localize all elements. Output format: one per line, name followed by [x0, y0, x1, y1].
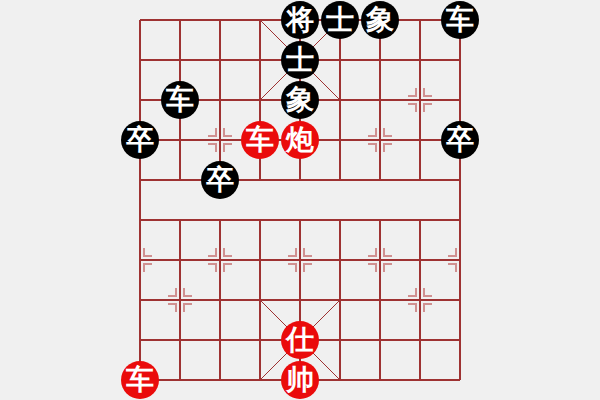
board-point[interactable]	[320, 160, 360, 200]
board-point[interactable]	[200, 280, 240, 320]
board-grid: 将士象车士车象卒车炮卒卒仕车帅	[120, 0, 480, 400]
board-point[interactable]	[160, 120, 200, 160]
board-point[interactable]	[440, 40, 480, 80]
board-point[interactable]	[240, 160, 280, 200]
board-point[interactable]	[320, 320, 360, 360]
board-point[interactable]	[280, 240, 320, 280]
board-point[interactable]	[400, 240, 440, 280]
board-point[interactable]	[440, 280, 480, 320]
board-point[interactable]	[120, 280, 160, 320]
board-point[interactable]	[160, 200, 200, 240]
board-point[interactable]	[160, 160, 200, 200]
board-point[interactable]	[360, 360, 400, 400]
board-point[interactable]	[440, 360, 480, 400]
board-point[interactable]	[240, 0, 280, 40]
board-point[interactable]	[320, 360, 360, 400]
board-point[interactable]	[320, 120, 360, 160]
board-point[interactable]	[440, 320, 480, 360]
board-point[interactable]	[240, 320, 280, 360]
board-point[interactable]	[240, 240, 280, 280]
board-point[interactable]	[360, 120, 400, 160]
board-point[interactable]	[320, 280, 360, 320]
board-point[interactable]	[440, 80, 480, 120]
board-point[interactable]	[160, 240, 200, 280]
piece-black-soldier[interactable]: 卒	[201, 161, 239, 199]
board-point[interactable]	[160, 40, 200, 80]
board-point[interactable]	[120, 320, 160, 360]
piece-black-advisor[interactable]: 士	[281, 41, 319, 79]
board-point[interactable]	[320, 240, 360, 280]
board-point[interactable]	[160, 0, 200, 40]
board-point[interactable]	[160, 360, 200, 400]
board-point[interactable]	[240, 40, 280, 80]
board-point[interactable]	[160, 320, 200, 360]
board-point[interactable]	[200, 200, 240, 240]
piece-red-cannon[interactable]: 炮	[281, 121, 319, 159]
board-point[interactable]	[360, 280, 400, 320]
xiangqi-board-screen: 将士象车士车象卒车炮卒卒仕车帅	[0, 0, 600, 400]
board-point[interactable]	[120, 80, 160, 120]
board-point[interactable]	[360, 200, 400, 240]
board-point[interactable]	[240, 200, 280, 240]
board-point[interactable]	[280, 280, 320, 320]
board-point[interactable]	[440, 240, 480, 280]
piece-black-elephant[interactable]: 象	[281, 81, 319, 119]
board-point[interactable]	[440, 200, 480, 240]
board-point[interactable]	[400, 0, 440, 40]
board-point[interactable]	[240, 360, 280, 400]
board-point[interactable]	[400, 280, 440, 320]
board-point[interactable]	[240, 80, 280, 120]
board-point[interactable]	[200, 360, 240, 400]
board-point[interactable]	[200, 240, 240, 280]
board-point[interactable]	[360, 40, 400, 80]
board-point[interactable]	[240, 280, 280, 320]
piece-black-chariot[interactable]: 车	[161, 81, 199, 119]
board-point[interactable]	[120, 160, 160, 200]
board-point[interactable]	[120, 40, 160, 80]
board-point[interactable]	[400, 40, 440, 80]
board-point[interactable]	[320, 200, 360, 240]
board-point[interactable]	[400, 80, 440, 120]
board-point[interactable]	[360, 320, 400, 360]
board-point[interactable]	[360, 160, 400, 200]
board-point[interactable]	[320, 40, 360, 80]
board-point[interactable]	[200, 120, 240, 160]
piece-red-chariot[interactable]: 车	[121, 361, 159, 399]
board-point[interactable]	[400, 120, 440, 160]
piece-red-chariot[interactable]: 车	[241, 121, 279, 159]
board-point[interactable]	[400, 360, 440, 400]
board-point[interactable]	[320, 80, 360, 120]
board-point[interactable]	[200, 40, 240, 80]
board-point[interactable]	[120, 200, 160, 240]
board-point[interactable]	[200, 80, 240, 120]
board-point[interactable]	[360, 80, 400, 120]
board-point[interactable]	[120, 240, 160, 280]
piece-black-advisor[interactable]: 士	[321, 1, 359, 39]
piece-red-advisor[interactable]: 仕	[281, 321, 319, 359]
piece-red-general[interactable]: 帅	[281, 361, 319, 399]
board-point[interactable]	[440, 160, 480, 200]
piece-black-soldier[interactable]: 卒	[441, 121, 479, 159]
board-point[interactable]	[200, 0, 240, 40]
board-point[interactable]	[400, 200, 440, 240]
piece-black-elephant[interactable]: 象	[361, 1, 399, 39]
board-point[interactable]	[120, 0, 160, 40]
board-point[interactable]	[280, 160, 320, 200]
board-point[interactable]	[200, 320, 240, 360]
piece-black-general[interactable]: 将	[281, 1, 319, 39]
board-point[interactable]	[280, 200, 320, 240]
board-point[interactable]	[360, 240, 400, 280]
board-point[interactable]	[400, 320, 440, 360]
piece-black-chariot[interactable]: 车	[441, 1, 479, 39]
board-point[interactable]	[400, 160, 440, 200]
board-point[interactable]	[160, 280, 200, 320]
piece-black-soldier[interactable]: 卒	[121, 121, 159, 159]
